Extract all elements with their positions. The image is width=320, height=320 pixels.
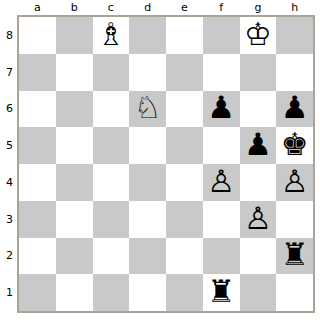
black-rook-piece[interactable]: ♜ [281,239,309,270]
black-pawn-piece[interactable]: ♟ [281,92,309,123]
square-f3[interactable] [203,201,240,238]
white-pawn-piece[interactable]: ♙ [207,166,235,197]
rank-label-7: 7 [0,54,17,91]
file-label-f: f [203,0,240,15]
rank-label-5: 5 [0,127,17,164]
square-h2[interactable]: ♜ [276,238,313,275]
square-g4[interactable] [240,164,277,201]
square-c3[interactable] [93,201,130,238]
file-label-e: e [166,0,203,15]
square-c4[interactable] [93,164,130,201]
white-knight-piece[interactable]: ♘ [134,92,162,123]
square-g8[interactable]: ♔ [240,17,277,54]
square-e3[interactable] [166,201,203,238]
file-label-d: d [129,0,166,15]
white-pawn-piece[interactable]: ♙ [244,203,272,234]
rank-label-8: 8 [0,17,17,54]
square-e5[interactable] [166,127,203,164]
square-e4[interactable] [166,164,203,201]
square-g5[interactable]: ♟ [240,127,277,164]
rank-label-2: 2 [0,238,17,275]
file-label-a: a [19,0,56,15]
square-b6[interactable] [56,91,93,128]
square-c5[interactable] [93,127,130,164]
square-g6[interactable] [240,91,277,128]
square-d3[interactable] [129,201,166,238]
square-a8[interactable] [19,17,56,54]
white-king-piece[interactable]: ♔ [244,19,272,50]
square-f4[interactable]: ♙ [203,164,240,201]
square-h7[interactable] [276,54,313,91]
square-f5[interactable] [203,127,240,164]
rank-label-4: 4 [0,164,17,201]
square-b7[interactable] [56,54,93,91]
square-c2[interactable] [93,238,130,275]
square-h4[interactable]: ♙ [276,164,313,201]
square-b4[interactable] [56,164,93,201]
rank-label-3: 3 [0,201,17,238]
rank-label-1: 1 [0,274,17,311]
square-e2[interactable] [166,238,203,275]
file-labels: abcdefgh [19,0,313,15]
square-b3[interactable] [56,201,93,238]
square-a1[interactable] [19,274,56,311]
square-e1[interactable] [166,274,203,311]
square-h6[interactable]: ♟ [276,91,313,128]
square-b1[interactable] [56,274,93,311]
square-g1[interactable] [240,274,277,311]
square-a5[interactable] [19,127,56,164]
black-king-piece[interactable]: ♚ [281,129,309,160]
square-e6[interactable] [166,91,203,128]
black-pawn-piece[interactable]: ♟ [244,129,272,160]
square-h1[interactable] [276,274,313,311]
square-d5[interactable] [129,127,166,164]
square-f1[interactable]: ♜ [203,274,240,311]
square-d4[interactable] [129,164,166,201]
square-a3[interactable] [19,201,56,238]
square-a2[interactable] [19,238,56,275]
square-a6[interactable] [19,91,56,128]
square-d2[interactable] [129,238,166,275]
square-h8[interactable] [276,17,313,54]
black-rook-piece[interactable]: ♜ [207,276,235,307]
square-f2[interactable] [203,238,240,275]
square-h3[interactable] [276,201,313,238]
square-a4[interactable] [19,164,56,201]
file-label-b: b [56,0,93,15]
square-d1[interactable] [129,274,166,311]
square-d8[interactable] [129,17,166,54]
square-f8[interactable] [203,17,240,54]
square-d6[interactable]: ♘ [129,91,166,128]
square-c7[interactable] [93,54,130,91]
file-label-h: h [276,0,313,15]
rank-labels: 87654321 [0,17,17,311]
square-b8[interactable] [56,17,93,54]
square-b2[interactable] [56,238,93,275]
square-g3[interactable]: ♙ [240,201,277,238]
square-e7[interactable] [166,54,203,91]
square-h5[interactable]: ♚ [276,127,313,164]
chess-board: ♗♔♘♟♟♟♚♙♙♙♜♜ [17,15,315,313]
square-c6[interactable] [93,91,130,128]
rank-label-6: 6 [0,91,17,128]
square-f6[interactable]: ♟ [203,91,240,128]
square-c1[interactable] [93,274,130,311]
square-c8[interactable]: ♗ [93,17,130,54]
file-label-c: c [93,0,130,15]
square-d7[interactable] [129,54,166,91]
square-e8[interactable] [166,17,203,54]
black-pawn-piece[interactable]: ♟ [207,92,235,123]
file-label-g: g [240,0,277,15]
square-g7[interactable] [240,54,277,91]
square-g2[interactable] [240,238,277,275]
white-bishop-piece[interactable]: ♗ [97,19,125,50]
square-f7[interactable] [203,54,240,91]
white-pawn-piece[interactable]: ♙ [281,166,309,197]
chess-board-diagram: abcdefgh 87654321 ♗♔♘♟♟♟♚♙♙♙♜♜ [0,0,320,320]
square-b5[interactable] [56,127,93,164]
square-a7[interactable] [19,54,56,91]
